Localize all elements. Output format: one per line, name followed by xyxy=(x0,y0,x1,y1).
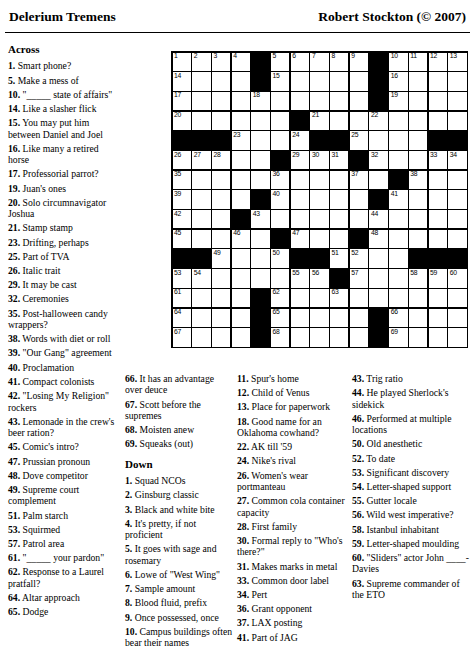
clue-number: 59. xyxy=(352,538,364,549)
grid-cell[interactable]: 11 xyxy=(409,53,427,71)
grid-cell[interactable]: 28 xyxy=(212,151,230,169)
cell-number: 33 xyxy=(430,152,437,159)
clue-across-29: 29. It may be cast xyxy=(8,279,121,290)
grid-cell[interactable] xyxy=(429,112,447,130)
grid-cell[interactable] xyxy=(330,72,348,90)
grid-cell[interactable]: 24 xyxy=(291,131,309,149)
clue-down-26: 26. Women's wear portmanteau xyxy=(237,470,349,493)
clue-number: 57. xyxy=(8,538,20,549)
grid-cell[interactable] xyxy=(330,190,348,208)
grid-cell[interactable] xyxy=(429,328,447,346)
grid-cell[interactable] xyxy=(330,309,348,327)
grid-cell[interactable] xyxy=(192,309,210,327)
black-cell xyxy=(310,249,328,267)
clue-across-45: 45. Comic's intro? xyxy=(8,441,121,452)
clue-number: 42. xyxy=(8,390,20,401)
grid-cell[interactable]: 5 xyxy=(271,53,289,71)
clue-number: 8. xyxy=(125,597,132,608)
grid-cell[interactable]: 42 xyxy=(173,210,191,228)
clue-down-37: 37. LAX posting xyxy=(237,617,349,628)
grid-cell[interactable] xyxy=(232,112,250,130)
grid-cell[interactable]: 7 xyxy=(310,53,328,71)
grid-cell[interactable] xyxy=(212,210,230,228)
clue-number: 62. xyxy=(8,566,20,577)
grid-cell[interactable]: 38 xyxy=(409,171,427,189)
clue-down-1: 1. Squad NCOs xyxy=(125,475,233,486)
grid-cell[interactable] xyxy=(310,171,328,189)
grid-cell[interactable] xyxy=(232,92,250,110)
grid-cell[interactable] xyxy=(330,230,348,248)
grid-cell[interactable]: 57 xyxy=(350,269,368,287)
grid-cell[interactable] xyxy=(251,249,269,267)
across-heading: Across xyxy=(8,44,121,55)
grid-cell[interactable] xyxy=(330,328,348,346)
grid-cell[interactable]: 19 xyxy=(389,92,407,110)
grid-cell[interactable] xyxy=(192,190,210,208)
clue-number: 29. xyxy=(8,279,20,290)
grid-cell[interactable] xyxy=(350,309,368,327)
grid-cell[interactable]: 14 xyxy=(173,72,191,90)
clue-across-10: 10. "_____ state of affairs" xyxy=(8,89,121,100)
grid-cell[interactable] xyxy=(212,171,230,189)
grid-cell[interactable] xyxy=(192,112,210,130)
grid-cell[interactable] xyxy=(350,289,368,307)
grid-cell[interactable] xyxy=(389,131,407,149)
grid-cell[interactable] xyxy=(409,230,427,248)
grid-cell[interactable] xyxy=(409,309,427,327)
grid-cell[interactable]: 35 xyxy=(173,171,191,189)
grid-cell[interactable]: 32 xyxy=(369,151,387,169)
grid-cell[interactable]: 59 xyxy=(429,269,447,287)
clue-down-28: 28. First family xyxy=(237,521,349,532)
clue-number: 37. xyxy=(237,617,249,628)
clue-number: 41. xyxy=(8,376,20,387)
black-cell xyxy=(369,72,387,90)
grid-cell[interactable]: 44 xyxy=(369,210,387,228)
grid-cell[interactable] xyxy=(271,112,289,130)
grid-cell[interactable] xyxy=(291,210,309,228)
grid-cell[interactable] xyxy=(310,210,328,228)
grid-cell[interactable]: 56 xyxy=(310,269,328,287)
grid-cell[interactable]: 37 xyxy=(350,171,368,189)
grid-cell[interactable]: 63 xyxy=(330,289,348,307)
grid-cell[interactable] xyxy=(291,289,309,307)
clue-number: 16. xyxy=(8,143,20,154)
grid-cell[interactable]: 25 xyxy=(350,131,368,149)
clue-down-34: 34. Pert xyxy=(237,589,349,600)
grid-cell[interactable]: 47 xyxy=(291,230,309,248)
grid-cell[interactable] xyxy=(448,190,466,208)
grid-cell[interactable]: 8 xyxy=(330,53,348,71)
grid-cell[interactable]: 2 xyxy=(192,53,210,71)
clue-number: 43. xyxy=(8,416,20,427)
grid-cell[interactable] xyxy=(409,112,427,130)
grid-cell[interactable] xyxy=(429,309,447,327)
grid-cell[interactable] xyxy=(310,230,328,248)
cell-number: 48 xyxy=(371,230,378,237)
grid-cell[interactable] xyxy=(212,72,230,90)
grid-cell[interactable] xyxy=(429,230,447,248)
grid-cell[interactable]: 10 xyxy=(389,53,407,71)
grid-cell[interactable]: 34 xyxy=(448,151,466,169)
grid-cell[interactable] xyxy=(350,210,368,228)
grid-cell[interactable] xyxy=(369,249,387,267)
grid-cell[interactable] xyxy=(232,151,250,169)
cell-number: 18 xyxy=(253,92,260,99)
clue-across-38: 38. Words with diet or roll xyxy=(8,333,121,344)
grid-cell[interactable]: 39 xyxy=(173,190,191,208)
clue-number: 33. xyxy=(237,575,249,586)
grid-cell[interactable]: 67 xyxy=(173,328,191,346)
grid-cell[interactable] xyxy=(232,190,250,208)
grid-cell[interactable] xyxy=(429,190,447,208)
grid-cell[interactable]: 68 xyxy=(271,328,289,346)
grid-cell[interactable] xyxy=(310,328,328,346)
clue-number: 25. xyxy=(8,251,20,262)
clue-down-41: 41. Part of JAG xyxy=(237,632,349,643)
grid-cell[interactable]: 26 xyxy=(173,151,191,169)
clue-across-26: 26. Italic trait xyxy=(8,265,121,276)
grid-cell[interactable]: 62 xyxy=(271,289,289,307)
grid-cell[interactable] xyxy=(409,289,427,307)
grid-cell[interactable] xyxy=(448,72,466,90)
clue-number: 69. xyxy=(125,438,137,449)
grid-cell[interactable] xyxy=(192,171,210,189)
clue-number: 24. xyxy=(237,455,249,466)
grid-cell[interactable] xyxy=(291,171,309,189)
clue-number: 66. xyxy=(125,373,137,384)
cell-number: 19 xyxy=(391,92,398,99)
cell-number: 58 xyxy=(410,270,417,277)
grid-cell[interactable]: 23 xyxy=(232,131,250,149)
clue-number: 46. xyxy=(352,413,364,424)
grid-cell[interactable]: 9 xyxy=(350,53,368,71)
grid-cell[interactable] xyxy=(448,289,466,307)
grid-cell[interactable]: 43 xyxy=(251,210,269,228)
grid-cell[interactable] xyxy=(291,309,309,327)
clue-number: 19. xyxy=(8,183,20,194)
grid-cell[interactable]: 53 xyxy=(173,269,191,287)
grid-cell[interactable] xyxy=(291,328,309,346)
grid-cell[interactable] xyxy=(369,171,387,189)
cell-number: 47 xyxy=(292,230,299,237)
cell-number: 2 xyxy=(194,53,197,60)
grid-cell[interactable] xyxy=(389,151,407,169)
black-cell xyxy=(369,92,387,110)
clue-number: 3. xyxy=(125,504,132,515)
black-cell xyxy=(448,249,466,267)
grid-cell[interactable] xyxy=(232,171,250,189)
clue-number: 2. xyxy=(125,489,132,500)
grid-cell[interactable] xyxy=(232,249,250,267)
grid-cell[interactable]: 36 xyxy=(271,171,289,189)
grid-cell[interactable] xyxy=(192,72,210,90)
grid-cell[interactable] xyxy=(389,230,407,248)
clue-number: 51. xyxy=(8,510,20,521)
grid-cell[interactable] xyxy=(448,112,466,130)
grid-cell[interactable] xyxy=(251,171,269,189)
grid-cell[interactable] xyxy=(389,112,407,130)
grid-cell[interactable]: 45 xyxy=(173,230,191,248)
clue-across-65: 65. Dodge xyxy=(8,606,121,617)
grid-cell[interactable] xyxy=(409,92,427,110)
grid-cell[interactable] xyxy=(232,269,250,287)
grid-cell[interactable] xyxy=(330,92,348,110)
clue-number: 54. xyxy=(352,481,364,492)
grid-cell[interactable]: 66 xyxy=(389,309,407,327)
puzzle-title: Delerium Tremens xyxy=(9,10,116,25)
grid-cell[interactable]: 6 xyxy=(291,53,309,71)
clue-across-15: 15. You may put him between Daniel and J… xyxy=(8,117,121,140)
grid-cell[interactable] xyxy=(232,309,250,327)
grid-cell[interactable] xyxy=(212,269,230,287)
grid-cell[interactable]: 61 xyxy=(173,289,191,307)
black-cell xyxy=(251,328,269,346)
grid-cell[interactable] xyxy=(369,131,387,149)
clue-across-23: 23. Drifting, perhaps xyxy=(8,237,121,248)
grid-cell[interactable] xyxy=(192,230,210,248)
clue-number: 53. xyxy=(352,467,364,478)
grid-cell[interactable]: 52 xyxy=(350,249,368,267)
grid-cell[interactable] xyxy=(429,289,447,307)
grid-cell[interactable] xyxy=(429,210,447,228)
black-cell xyxy=(429,249,447,267)
clue-down-12: 12. Child of Venus xyxy=(237,387,349,398)
grid-cell[interactable] xyxy=(192,328,210,346)
clue-across-53: 53. Squirmed xyxy=(8,524,121,535)
grid-cell[interactable]: 18 xyxy=(251,92,269,110)
grid-cell[interactable] xyxy=(389,249,407,267)
cell-number: 23 xyxy=(233,132,240,139)
black-cell xyxy=(310,131,328,149)
clue-across-68: 68. Moisten anew xyxy=(125,424,233,435)
grid-cell[interactable] xyxy=(429,92,447,110)
grid-cell[interactable] xyxy=(350,190,368,208)
black-cell xyxy=(409,249,427,267)
grid-cell[interactable]: 60 xyxy=(448,269,466,287)
grid-cell[interactable]: 22 xyxy=(369,112,387,130)
grid-cell[interactable] xyxy=(448,328,466,346)
clue-across-20: 20. Solo circumnavigator Joshua xyxy=(8,197,121,220)
grid-cell[interactable] xyxy=(448,309,466,327)
grid-cell[interactable] xyxy=(310,92,328,110)
clue-down-46: 46. Performed at multiple locations xyxy=(352,413,472,436)
grid-cell[interactable] xyxy=(310,72,328,90)
grid-cell[interactable]: 69 xyxy=(389,328,407,346)
grid-cell[interactable] xyxy=(232,72,250,90)
grid-cell[interactable] xyxy=(291,190,309,208)
cell-number: 13 xyxy=(450,53,457,60)
clue-down-58: 58. Istanbul inhabitant xyxy=(352,524,472,535)
clue-number: 23. xyxy=(8,237,20,248)
grid-cell[interactable] xyxy=(448,230,466,248)
grid-cell[interactable] xyxy=(330,171,348,189)
clue-number: 21. xyxy=(8,222,20,233)
grid-cell[interactable] xyxy=(192,210,210,228)
clue-down-10: 10. Campus buildings often bear their na… xyxy=(125,626,233,649)
cell-number: 21 xyxy=(312,112,319,119)
clue-number: 41. xyxy=(237,632,249,643)
grid-cell[interactable] xyxy=(369,269,387,287)
cell-number: 25 xyxy=(351,132,358,139)
grid-cell[interactable] xyxy=(310,190,328,208)
clue-down-55: 55. Gutter locale xyxy=(352,495,472,506)
grid-cell[interactable] xyxy=(350,112,368,130)
grid-cell[interactable] xyxy=(429,72,447,90)
cell-number: 35 xyxy=(174,171,181,178)
grid-cell[interactable] xyxy=(310,309,328,327)
grid-cell[interactable]: 50 xyxy=(271,249,289,267)
grid-cell[interactable] xyxy=(251,151,269,169)
grid-cell[interactable] xyxy=(409,328,427,346)
cell-number: 68 xyxy=(273,329,280,336)
grid-cell[interactable] xyxy=(212,92,230,110)
grid-cell[interactable]: 13 xyxy=(448,53,466,71)
grid-cell[interactable] xyxy=(429,171,447,189)
clue-across-35: 35. Post-halloween candy wrappers? xyxy=(8,308,121,331)
grid-cell[interactable] xyxy=(212,112,230,130)
clue-number: 26. xyxy=(8,265,20,276)
grid-cell[interactable] xyxy=(291,92,309,110)
cell-number: 17 xyxy=(174,92,181,99)
grid-cell[interactable] xyxy=(212,328,230,346)
grid-cell[interactable] xyxy=(212,289,230,307)
grid-cell[interactable] xyxy=(330,112,348,130)
grid-cell[interactable]: 3 xyxy=(212,53,230,71)
grid-cell[interactable] xyxy=(448,171,466,189)
grid-cell[interactable] xyxy=(212,309,230,327)
grid-cell[interactable]: 27 xyxy=(192,151,210,169)
grid-cell[interactable] xyxy=(330,210,348,228)
clue-number: 18. xyxy=(237,416,249,427)
grid-cell[interactable]: 30 xyxy=(310,151,328,169)
grid-cell[interactable]: 29 xyxy=(291,151,309,169)
grid-cell[interactable]: 20 xyxy=(173,112,191,130)
clue-number: 1. xyxy=(125,475,132,486)
clue-number: 30. xyxy=(237,535,249,546)
black-cell xyxy=(251,289,269,307)
clue-across-41: 41. Compact colonists xyxy=(8,376,121,387)
cell-number: 26 xyxy=(174,152,181,159)
grid-cell[interactable]: 31 xyxy=(330,151,348,169)
grid-cell[interactable] xyxy=(448,92,466,110)
header: Delerium Tremens Robert Stockton (© 2007… xyxy=(9,10,466,25)
grid-cell[interactable] xyxy=(251,112,269,130)
grid-cell[interactable]: 16 xyxy=(389,72,407,90)
clue-across-62: 62. Response to a Laurel pratfall? xyxy=(8,566,121,589)
bottom-column-2: 11. Spur's home12. Child of Venus13. Pla… xyxy=(237,373,349,646)
grid-cell[interactable] xyxy=(409,131,427,149)
grid-cell[interactable] xyxy=(409,151,427,169)
grid-cell[interactable] xyxy=(192,289,210,307)
grid-cell[interactable] xyxy=(350,72,368,90)
grid-cell[interactable] xyxy=(389,269,407,287)
across-clues-column: Across 1. Smart phone?5. Make a mess of1… xyxy=(8,44,121,620)
bottom-column-1: 66. It has an advantage over deuce67. Sc… xyxy=(125,373,233,651)
grid-cell[interactable] xyxy=(448,210,466,228)
clue-down-44: 44. He played Sherlock's sidekick xyxy=(352,387,472,410)
clue-down-9: 9. Once possessed, once xyxy=(125,612,233,623)
clue-down-11: 11. Spur's home xyxy=(237,373,349,384)
black-cell xyxy=(291,249,309,267)
grid-cell[interactable] xyxy=(251,230,269,248)
grid-cell[interactable] xyxy=(310,289,328,307)
grid-cell[interactable] xyxy=(192,92,210,110)
black-cell xyxy=(330,131,348,149)
grid-cell[interactable]: 1 xyxy=(173,53,191,71)
grid-cell[interactable] xyxy=(409,72,427,90)
clue-number: 14. xyxy=(8,103,20,114)
grid-cell[interactable] xyxy=(212,230,230,248)
clue-down-2: 2. Ginsburg classic xyxy=(125,489,233,500)
grid-cell[interactable]: 46 xyxy=(232,230,250,248)
grid-cell[interactable]: 48 xyxy=(369,230,387,248)
clue-number: 49. xyxy=(8,484,20,495)
grid-cell[interactable]: 17 xyxy=(173,92,191,110)
grid-cell[interactable]: 40 xyxy=(271,190,289,208)
grid-cell[interactable] xyxy=(251,269,269,287)
grid-cell[interactable]: 15 xyxy=(271,72,289,90)
black-cell xyxy=(389,171,407,189)
grid-cell[interactable]: 64 xyxy=(173,309,191,327)
grid-cell[interactable] xyxy=(232,289,250,307)
grid-cell[interactable]: 65 xyxy=(271,309,289,327)
grid-cell[interactable] xyxy=(291,72,309,90)
clue-number: 44. xyxy=(352,387,364,398)
grid-cell[interactable] xyxy=(271,131,289,149)
clue-number: 4. xyxy=(125,518,132,529)
grid-cell[interactable] xyxy=(212,190,230,208)
black-cell xyxy=(369,328,387,346)
grid-cell[interactable]: 58 xyxy=(409,269,427,287)
grid-cell[interactable] xyxy=(409,190,427,208)
clue-across-49: 49. Supreme court complement xyxy=(8,484,121,507)
clue-across-39: 39. "Our Gang" agreement xyxy=(8,347,121,358)
grid-cell[interactable] xyxy=(389,210,407,228)
clue-across-19: 19. Juan's ones xyxy=(8,183,121,194)
clue-down-5: 5. It goes with sage and rosemary xyxy=(125,543,233,566)
cell-number: 65 xyxy=(273,309,280,316)
clue-down-33: 33. Common door label xyxy=(237,575,349,586)
clue-number: 17. xyxy=(8,168,20,179)
grid-cell[interactable]: 55 xyxy=(291,269,309,287)
black-cell xyxy=(251,53,269,71)
grid-cell[interactable]: 33 xyxy=(429,151,447,169)
clue-down-3: 3. Black and white bite xyxy=(125,504,233,515)
grid-cell[interactable] xyxy=(271,210,289,228)
grid-cell[interactable] xyxy=(409,210,427,228)
cell-number: 29 xyxy=(292,152,299,159)
black-cell xyxy=(350,151,368,169)
grid-cell[interactable] xyxy=(251,131,269,149)
grid-cell[interactable]: 51 xyxy=(330,249,348,267)
grid-cell[interactable]: 54 xyxy=(192,269,210,287)
clue-across-17: 17. Professorial parrot? xyxy=(8,168,121,179)
grid-cell[interactable]: 4 xyxy=(232,53,250,71)
grid-cell[interactable] xyxy=(389,289,407,307)
grid-cell[interactable] xyxy=(232,328,250,346)
clue-number: 38. xyxy=(8,333,20,344)
grid-cell[interactable]: 49 xyxy=(212,249,230,267)
grid-cell[interactable] xyxy=(350,328,368,346)
grid-cell[interactable]: 12 xyxy=(429,53,447,71)
grid-cell[interactable] xyxy=(369,289,387,307)
grid-cell[interactable] xyxy=(271,269,289,287)
grid-cell[interactable]: 41 xyxy=(389,190,407,208)
grid-cell[interactable]: 21 xyxy=(310,112,328,130)
grid-cell[interactable] xyxy=(350,92,368,110)
grid-cell[interactable] xyxy=(271,92,289,110)
